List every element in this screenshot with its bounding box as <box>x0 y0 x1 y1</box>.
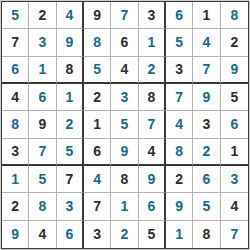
cell-r3c1[interactable]: 6 <box>2 57 29 84</box>
cell-r2c8[interactable]: 4 <box>193 29 220 56</box>
cell-r8c6[interactable]: 6 <box>139 193 166 220</box>
cell-r9c2[interactable]: 4 <box>29 221 56 248</box>
cell-r6c4[interactable]: 6 <box>84 139 111 166</box>
cell-r5c1[interactable]: 8 <box>2 111 29 138</box>
cell-r5c7[interactable]: 4 <box>166 111 193 138</box>
cell-r2c1[interactable]: 7 <box>2 29 29 56</box>
cell-r7c9[interactable]: 3 <box>221 166 248 193</box>
cell-r5c8[interactable]: 3 <box>193 111 220 138</box>
cell-r6c5[interactable]: 9 <box>111 139 138 166</box>
cell-r4c5[interactable]: 3 <box>111 84 138 111</box>
cell-r2c9[interactable]: 2 <box>221 29 248 56</box>
cell-r9c8[interactable]: 8 <box>193 221 220 248</box>
cell-r4c1[interactable]: 4 <box>2 84 29 111</box>
cell-r1c3[interactable]: 4 <box>57 2 84 29</box>
cell-r4c8[interactable]: 9 <box>193 84 220 111</box>
cell-r7c6[interactable]: 9 <box>139 166 166 193</box>
cell-r7c5[interactable]: 8 <box>111 166 138 193</box>
cell-r9c7[interactable]: 1 <box>166 221 193 248</box>
cell-r2c5[interactable]: 6 <box>111 29 138 56</box>
cell-r1c7[interactable]: 6 <box>166 2 193 29</box>
cell-r4c6[interactable]: 8 <box>139 84 166 111</box>
cell-r9c5[interactable]: 2 <box>111 221 138 248</box>
sudoku-board: 5249736187398615426185423794612387958921… <box>0 0 250 250</box>
cell-r5c9[interactable]: 6 <box>221 111 248 138</box>
cell-r9c3[interactable]: 6 <box>57 221 84 248</box>
cell-r2c3[interactable]: 9 <box>57 29 84 56</box>
cell-r5c2[interactable]: 9 <box>29 111 56 138</box>
cell-r8c3[interactable]: 3 <box>57 193 84 220</box>
cell-r8c1[interactable]: 2 <box>2 193 29 220</box>
cell-r8c9[interactable]: 4 <box>221 193 248 220</box>
cell-r4c9[interactable]: 5 <box>221 84 248 111</box>
cell-r8c7[interactable]: 9 <box>166 193 193 220</box>
cell-r4c4[interactable]: 2 <box>84 84 111 111</box>
cell-r4c3[interactable]: 1 <box>57 84 84 111</box>
cell-r7c7[interactable]: 2 <box>166 166 193 193</box>
cell-r4c2[interactable]: 6 <box>29 84 56 111</box>
cell-r9c6[interactable]: 5 <box>139 221 166 248</box>
cell-r2c7[interactable]: 5 <box>166 29 193 56</box>
cell-r3c2[interactable]: 1 <box>29 57 56 84</box>
cell-r6c8[interactable]: 2 <box>193 139 220 166</box>
cell-r2c2[interactable]: 3 <box>29 29 56 56</box>
cell-r8c8[interactable]: 5 <box>193 193 220 220</box>
cell-r7c8[interactable]: 6 <box>193 166 220 193</box>
cell-r1c8[interactable]: 1 <box>193 2 220 29</box>
cell-r7c3[interactable]: 7 <box>57 166 84 193</box>
cell-r5c4[interactable]: 1 <box>84 111 111 138</box>
cell-r1c9[interactable]: 8 <box>221 2 248 29</box>
cell-r3c4[interactable]: 5 <box>84 57 111 84</box>
cell-r1c5[interactable]: 7 <box>111 2 138 29</box>
cell-r8c4[interactable]: 7 <box>84 193 111 220</box>
cell-r3c5[interactable]: 4 <box>111 57 138 84</box>
cell-r2c4[interactable]: 8 <box>84 29 111 56</box>
cell-r8c2[interactable]: 8 <box>29 193 56 220</box>
cell-r6c6[interactable]: 4 <box>139 139 166 166</box>
cell-r1c2[interactable]: 2 <box>29 2 56 29</box>
cell-r5c5[interactable]: 5 <box>111 111 138 138</box>
cell-r7c2[interactable]: 5 <box>29 166 56 193</box>
cell-r2c6[interactable]: 1 <box>139 29 166 56</box>
cell-r9c1[interactable]: 9 <box>2 221 29 248</box>
cell-r6c9[interactable]: 1 <box>221 139 248 166</box>
cell-r5c6[interactable]: 7 <box>139 111 166 138</box>
cell-r6c2[interactable]: 7 <box>29 139 56 166</box>
cell-r5c3[interactable]: 2 <box>57 111 84 138</box>
cell-r3c6[interactable]: 2 <box>139 57 166 84</box>
cell-r4c7[interactable]: 7 <box>166 84 193 111</box>
cell-r3c7[interactable]: 3 <box>166 57 193 84</box>
cell-r6c3[interactable]: 5 <box>57 139 84 166</box>
cell-r6c7[interactable]: 8 <box>166 139 193 166</box>
cell-r6c1[interactable]: 3 <box>2 139 29 166</box>
cell-r7c4[interactable]: 4 <box>84 166 111 193</box>
cell-r3c9[interactable]: 9 <box>221 57 248 84</box>
cell-r1c1[interactable]: 5 <box>2 2 29 29</box>
cell-r9c4[interactable]: 3 <box>84 221 111 248</box>
cell-r1c6[interactable]: 3 <box>139 2 166 29</box>
cell-r3c3[interactable]: 8 <box>57 57 84 84</box>
cell-r8c5[interactable]: 1 <box>111 193 138 220</box>
cell-r3c8[interactable]: 7 <box>193 57 220 84</box>
cell-r9c9[interactable]: 7 <box>221 221 248 248</box>
cell-r7c1[interactable]: 1 <box>2 166 29 193</box>
cell-r1c4[interactable]: 9 <box>84 2 111 29</box>
